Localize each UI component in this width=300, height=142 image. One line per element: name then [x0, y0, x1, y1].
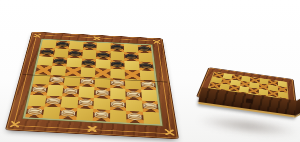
x-inlay-icon [165, 129, 175, 135]
box-end-side [294, 94, 300, 118]
checker-piece-white: ⛂ [45, 94, 61, 106]
light-square [76, 108, 94, 121]
dark-square: ⛂ [59, 107, 77, 120]
checker-piece-black: ⛂ [40, 47, 54, 56]
light-square [110, 88, 126, 99]
checker-piece-white: ⛂ [31, 83, 47, 94]
x-inlay-icon [10, 121, 20, 127]
dark-square: ⛂ [93, 109, 110, 122]
checker-piece-black: ⛂ [68, 48, 82, 57]
checker-piece-black: ⛂ [125, 51, 138, 60]
checker-piece-black: ⛂ [82, 57, 96, 66]
light-square [61, 96, 78, 108]
playing-grid: ⛂⛂⛂⛂⛂⛂⛂⛂⛂⛂⛂⛂⛂⛂⛂⛂⛂⛂⛂⛂⛂⛂⛂⛂⛂⛂⛂⛂ [23, 39, 163, 126]
checker-piece-white: ⛂ [110, 97, 125, 109]
checker-piece-black: ⛂ [53, 56, 67, 65]
checker-piece-white: ⛂ [141, 79, 156, 90]
checker-piece-black: ⛂ [111, 42, 124, 51]
light-square [110, 110, 127, 123]
checker-piece-white: ⛂ [142, 99, 158, 111]
open-board: ⛂⛂⛂⛂⛂⛂⛂⛂⛂⛂⛂⛂⛂⛂⛂⛂⛂⛂⛂⛂⛂⛂⛂⛂⛂⛂⛂⛂ [6, 32, 178, 138]
light-square [46, 85, 63, 96]
checker-piece-black: ⛂ [97, 50, 110, 59]
checker-piece-black: ⛂ [138, 44, 151, 53]
checker-piece-white: ⛂ [127, 109, 143, 122]
checker-piece-white: ⛂ [26, 104, 43, 116]
clasp-icon [245, 99, 252, 104]
checker-piece-white: ⛂ [49, 74, 64, 84]
light-square [78, 86, 94, 97]
light-square [93, 98, 109, 110]
x-inlay-icon [88, 126, 97, 132]
light-square [42, 106, 61, 119]
dark-square: ⛂ [142, 100, 159, 112]
x-inlay-icon [33, 34, 41, 38]
dark-square: ⛂ [110, 99, 126, 111]
light-square [142, 112, 160, 125]
x-inlay-icon [93, 36, 100, 40]
checker-piece-white: ⛂ [126, 88, 141, 99]
checker-piece-white: ⛂ [78, 96, 93, 108]
checker-piece-white: ⛂ [111, 77, 125, 88]
closed-box [196, 26, 300, 136]
checker-piece-black: ⛂ [83, 41, 96, 49]
checker-piece-white: ⛂ [94, 108, 109, 120]
dark-square: ⛂ [126, 111, 143, 124]
light-square [126, 99, 143, 111]
closed-box-body [190, 25, 300, 142]
checker-piece-black: ⛂ [56, 40, 70, 48]
board-frame: ⛂⛂⛂⛂⛂⛂⛂⛂⛂⛂⛂⛂⛂⛂⛂⛂⛂⛂⛂⛂⛂⛂⛂⛂⛂⛂⛂⛂ [6, 32, 178, 138]
dark-square: ⛂ [62, 86, 79, 97]
dark-square: ⛂ [44, 95, 62, 107]
checker-piece-white: ⛂ [60, 106, 76, 118]
checker-piece-white: ⛂ [80, 75, 95, 85]
checker-piece-white: ⛂ [95, 86, 110, 97]
checker-piece-white: ⛂ [63, 84, 78, 95]
checker-piece-black: ⛂ [139, 60, 153, 69]
checker-piece-black: ⛂ [111, 59, 124, 68]
x-inlay-icon [153, 40, 160, 44]
dark-square: ⛂ [77, 97, 94, 109]
scene: ⛂⛂⛂⛂⛂⛂⛂⛂⛂⛂⛂⛂⛂⛂⛂⛂⛂⛂⛂⛂⛂⛂⛂⛂⛂⛂⛂⛂ [0, 0, 300, 142]
